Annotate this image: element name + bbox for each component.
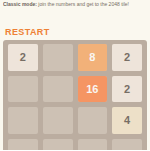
board-cell-r3c4: 4 (112, 107, 142, 134)
tile-2: 2 (112, 76, 142, 103)
board-cell-r1c3: 8 (78, 44, 108, 71)
tile-4: 4 (112, 107, 142, 134)
board-cell-r4c3 (78, 139, 108, 151)
board-cell-r3c3 (78, 107, 108, 134)
tile-2: 2 (112, 44, 142, 71)
instructions-body: join the numbers and get to the 2048 til… (37, 1, 129, 7)
tile-8: 8 (78, 44, 108, 71)
board-cell-r2c3: 16 (78, 76, 108, 103)
game-board[interactable]: 2821624 (3, 40, 147, 150)
instructions-mode-label: Classic mode: (3, 1, 37, 7)
board-cell-r2c2 (43, 76, 73, 103)
board-cell-r3c1 (8, 107, 38, 134)
board-cell-r1c4: 2 (112, 44, 142, 71)
restart-button[interactable]: RESTART (5, 27, 50, 37)
board-cell-r4c4 (112, 139, 142, 151)
board-cell-r1c1: 2 (8, 44, 38, 71)
board-cell-r2c4: 2 (112, 76, 142, 103)
board-cell-r3c2 (43, 107, 73, 134)
board-cell-r4c2 (43, 139, 73, 151)
instructions-text: Classic mode: join the numbers and get t… (3, 1, 149, 7)
board-cell-r1c2 (43, 44, 73, 71)
board-cell-r2c1 (8, 76, 38, 103)
game-screen: Classic mode: join the numbers and get t… (0, 0, 150, 150)
tile-2: 2 (8, 44, 38, 71)
board-cell-r4c1 (8, 139, 38, 151)
tile-16: 16 (78, 76, 108, 103)
